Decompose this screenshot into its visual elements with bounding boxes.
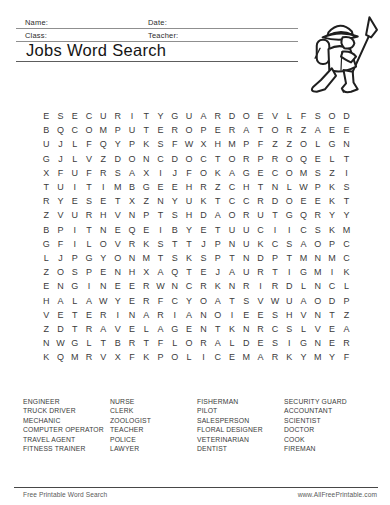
- grid-cell[interactable]: A: [239, 123, 253, 137]
- grid-cell[interactable]: O: [311, 237, 325, 251]
- grid-cell[interactable]: S: [311, 109, 325, 123]
- grid-cell[interactable]: P: [268, 251, 282, 265]
- grid-cell[interactable]: O: [296, 137, 310, 151]
- grid-cell[interactable]: L: [282, 180, 296, 194]
- grid-cell[interactable]: T: [211, 152, 225, 166]
- grid-cell[interactable]: U: [125, 123, 139, 137]
- grid-cell[interactable]: G: [39, 237, 53, 251]
- grid-cell[interactable]: R: [39, 194, 53, 208]
- grid-cell[interactable]: E: [325, 322, 339, 336]
- grid-cell[interactable]: R: [253, 194, 267, 208]
- grid-cell[interactable]: K: [325, 223, 339, 237]
- grid-cell[interactable]: J: [53, 137, 67, 151]
- grid-cell[interactable]: R: [239, 208, 253, 222]
- grid-cell[interactable]: W: [182, 137, 196, 151]
- grid-cell[interactable]: L: [139, 322, 153, 336]
- grid-cell[interactable]: E: [39, 109, 53, 123]
- grid-cell[interactable]: A: [339, 322, 353, 336]
- grid-cell[interactable]: D: [325, 293, 339, 307]
- grid-cell[interactable]: I: [110, 308, 124, 322]
- grid-cell[interactable]: R: [211, 109, 225, 123]
- grid-cell[interactable]: M: [339, 223, 353, 237]
- grid-cell[interactable]: L: [296, 322, 310, 336]
- grid-cell[interactable]: S: [311, 223, 325, 237]
- grid-cell[interactable]: E: [196, 223, 210, 237]
- grid-cell[interactable]: R: [139, 279, 153, 293]
- grid-cell[interactable]: G: [139, 180, 153, 194]
- grid-cell[interactable]: X: [139, 166, 153, 180]
- grid-cell[interactable]: N: [153, 194, 167, 208]
- grid-cell[interactable]: H: [282, 308, 296, 322]
- grid-cell[interactable]: O: [325, 109, 339, 123]
- grid-cell[interactable]: N: [110, 265, 124, 279]
- grid-cell[interactable]: U: [282, 293, 296, 307]
- grid-cell[interactable]: C: [268, 166, 282, 180]
- grid-cell[interactable]: X: [39, 166, 53, 180]
- grid-cell[interactable]: O: [82, 123, 96, 137]
- grid-cell[interactable]: I: [82, 279, 96, 293]
- grid-cell[interactable]: W: [153, 279, 167, 293]
- grid-cell[interactable]: P: [139, 208, 153, 222]
- grid-cell[interactable]: D: [110, 152, 124, 166]
- grid-cell[interactable]: T: [96, 336, 110, 350]
- grid-cell[interactable]: H: [239, 180, 253, 194]
- grid-cell[interactable]: M: [239, 350, 253, 364]
- grid-cell[interactable]: E: [196, 265, 210, 279]
- grid-cell[interactable]: N: [125, 251, 139, 265]
- grid-cell[interactable]: C: [168, 293, 182, 307]
- grid-cell[interactable]: N: [225, 237, 239, 251]
- grid-cell[interactable]: G: [325, 137, 339, 151]
- grid-cell[interactable]: N: [311, 336, 325, 350]
- grid-cell[interactable]: J: [53, 152, 67, 166]
- grid-cell[interactable]: K: [282, 350, 296, 364]
- grid-cell[interactable]: M: [139, 251, 153, 265]
- grid-cell[interactable]: N: [311, 279, 325, 293]
- grid-cell[interactable]: H: [182, 180, 196, 194]
- grid-cell[interactable]: T: [268, 265, 282, 279]
- grid-cell[interactable]: R: [96, 308, 110, 322]
- grid-cell[interactable]: R: [110, 109, 124, 123]
- grid-cell[interactable]: G: [82, 251, 96, 265]
- grid-cell[interactable]: N: [53, 279, 67, 293]
- grid-cell[interactable]: T: [268, 208, 282, 222]
- grid-cell[interactable]: A: [182, 308, 196, 322]
- grid-cell[interactable]: T: [82, 223, 96, 237]
- grid-cell[interactable]: V: [39, 308, 53, 322]
- grid-cell[interactable]: S: [282, 322, 296, 336]
- grid-cell[interactable]: F: [53, 237, 67, 251]
- grid-cell[interactable]: M: [325, 251, 339, 265]
- grid-cell[interactable]: O: [239, 109, 253, 123]
- grid-cell[interactable]: B: [168, 223, 182, 237]
- grid-cell[interactable]: E: [296, 194, 310, 208]
- grid-cell[interactable]: I: [68, 223, 82, 237]
- grid-cell[interactable]: E: [339, 123, 353, 137]
- grid-cell[interactable]: T: [168, 237, 182, 251]
- grid-cell[interactable]: E: [182, 322, 196, 336]
- grid-cell[interactable]: U: [225, 223, 239, 237]
- grid-cell[interactable]: T: [82, 180, 96, 194]
- grid-cell[interactable]: S: [153, 237, 167, 251]
- grid-cell[interactable]: B: [125, 180, 139, 194]
- grid-cell[interactable]: E: [211, 123, 225, 137]
- grid-cell[interactable]: O: [311, 293, 325, 307]
- grid-cell[interactable]: F: [153, 293, 167, 307]
- grid-cell[interactable]: U: [96, 109, 110, 123]
- grid-cell[interactable]: P: [53, 223, 67, 237]
- grid-cell[interactable]: Z: [39, 322, 53, 336]
- grid-cell[interactable]: N: [339, 137, 353, 151]
- grid-cell[interactable]: E: [225, 350, 239, 364]
- grid-cell[interactable]: U: [239, 223, 253, 237]
- grid-cell[interactable]: T: [153, 208, 167, 222]
- grid-cell[interactable]: A: [139, 308, 153, 322]
- grid-cell[interactable]: Y: [296, 350, 310, 364]
- grid-cell[interactable]: E: [96, 194, 110, 208]
- grid-cell[interactable]: R: [268, 279, 282, 293]
- grid-cell[interactable]: N: [168, 279, 182, 293]
- grid-cell[interactable]: A: [153, 265, 167, 279]
- grid-cell[interactable]: M: [311, 265, 325, 279]
- grid-cell[interactable]: P: [153, 350, 167, 364]
- grid-cell[interactable]: I: [225, 308, 239, 322]
- grid-cell[interactable]: T: [110, 194, 124, 208]
- grid-cell[interactable]: K: [196, 194, 210, 208]
- grid-cell[interactable]: A: [253, 350, 267, 364]
- grid-cell[interactable]: S: [68, 265, 82, 279]
- grid-cell[interactable]: R: [253, 265, 267, 279]
- grid-cell[interactable]: I: [125, 109, 139, 123]
- grid-cell[interactable]: S: [339, 180, 353, 194]
- grid-cell[interactable]: F: [168, 137, 182, 151]
- grid-cell[interactable]: G: [68, 336, 82, 350]
- grid-cell[interactable]: O: [53, 265, 67, 279]
- grid-cell[interactable]: R: [253, 322, 267, 336]
- grid-cell[interactable]: Y: [182, 223, 196, 237]
- grid-cell[interactable]: D: [225, 109, 239, 123]
- grid-cell[interactable]: I: [196, 350, 210, 364]
- grid-cell[interactable]: T: [339, 152, 353, 166]
- grid-cell[interactable]: P: [125, 137, 139, 151]
- grid-cell[interactable]: C: [268, 237, 282, 251]
- grid-cell[interactable]: O: [211, 308, 225, 322]
- grid-cell[interactable]: V: [110, 237, 124, 251]
- grid-cell[interactable]: R: [311, 208, 325, 222]
- grid-cell[interactable]: H: [211, 137, 225, 151]
- grid-cell[interactable]: O: [125, 152, 139, 166]
- grid-cell[interactable]: Q: [53, 350, 67, 364]
- grid-cell[interactable]: B: [39, 223, 53, 237]
- grid-cell[interactable]: Z: [39, 208, 53, 222]
- grid-cell[interactable]: G: [168, 322, 182, 336]
- grid-cell[interactable]: N: [311, 308, 325, 322]
- grid-cell[interactable]: C: [325, 279, 339, 293]
- grid-cell[interactable]: C: [182, 279, 196, 293]
- grid-cell[interactable]: A: [225, 265, 239, 279]
- grid-cell[interactable]: T: [68, 308, 82, 322]
- grid-cell[interactable]: O: [282, 166, 296, 180]
- grid-cell[interactable]: T: [211, 194, 225, 208]
- grid-cell[interactable]: Q: [96, 137, 110, 151]
- grid-cell[interactable]: R: [239, 279, 253, 293]
- grid-cell[interactable]: Y: [153, 109, 167, 123]
- grid-cell[interactable]: I: [96, 180, 110, 194]
- grid-cell[interactable]: Z: [211, 180, 225, 194]
- grid-cell[interactable]: Y: [168, 194, 182, 208]
- grid-cell[interactable]: F: [253, 137, 267, 151]
- grid-cell[interactable]: N: [196, 308, 210, 322]
- grid-cell[interactable]: T: [211, 322, 225, 336]
- grid-cell[interactable]: F: [296, 109, 310, 123]
- grid-cell[interactable]: G: [296, 336, 310, 350]
- grid-cell[interactable]: F: [339, 350, 353, 364]
- grid-cell[interactable]: S: [268, 336, 282, 350]
- grid-cell[interactable]: F: [125, 350, 139, 364]
- grid-cell[interactable]: T: [325, 308, 339, 322]
- grid-cell[interactable]: T: [139, 336, 153, 350]
- grid-cell[interactable]: W: [53, 336, 67, 350]
- grid-cell[interactable]: T: [225, 251, 239, 265]
- grid-cell[interactable]: O: [110, 251, 124, 265]
- grid-cell[interactable]: P: [196, 123, 210, 137]
- grid-cell[interactable]: Z: [339, 308, 353, 322]
- grid-cell[interactable]: K: [182, 251, 196, 265]
- grid-cell[interactable]: N: [96, 279, 110, 293]
- grid-cell[interactable]: O: [96, 237, 110, 251]
- grid-cell[interactable]: E: [253, 109, 267, 123]
- grid-cell[interactable]: T: [153, 251, 167, 265]
- grid-cell[interactable]: E: [253, 166, 267, 180]
- grid-cell[interactable]: N: [196, 322, 210, 336]
- grid-cell[interactable]: A: [53, 293, 67, 307]
- grid-cell[interactable]: I: [339, 166, 353, 180]
- grid-cell[interactable]: Y: [339, 208, 353, 222]
- grid-cell[interactable]: S: [282, 237, 296, 251]
- grid-cell[interactable]: W: [296, 180, 310, 194]
- grid-cell[interactable]: L: [182, 350, 196, 364]
- grid-cell[interactable]: S: [268, 308, 282, 322]
- grid-cell[interactable]: N: [125, 208, 139, 222]
- grid-cell[interactable]: N: [125, 308, 139, 322]
- grid-cell[interactable]: I: [153, 223, 167, 237]
- grid-cell[interactable]: P: [68, 251, 82, 265]
- grid-cell[interactable]: C: [68, 123, 82, 137]
- grid-cell[interactable]: L: [39, 251, 53, 265]
- grid-cell[interactable]: E: [110, 223, 124, 237]
- grid-cell[interactable]: Z: [268, 137, 282, 151]
- grid-cell[interactable]: R: [268, 152, 282, 166]
- grid-cell[interactable]: C: [268, 322, 282, 336]
- grid-cell[interactable]: O: [225, 152, 239, 166]
- grid-cell[interactable]: Z: [96, 152, 110, 166]
- grid-cell[interactable]: P: [110, 123, 124, 137]
- grid-cell[interactable]: T: [182, 265, 196, 279]
- grid-cell[interactable]: X: [110, 350, 124, 364]
- grid-cell[interactable]: H: [125, 265, 139, 279]
- grid-cell[interactable]: A: [96, 322, 110, 336]
- grid-cell[interactable]: N: [39, 336, 53, 350]
- grid-cell[interactable]: L: [296, 279, 310, 293]
- grid-cell[interactable]: Z: [39, 265, 53, 279]
- grid-cell[interactable]: E: [125, 293, 139, 307]
- grid-cell[interactable]: R: [282, 123, 296, 137]
- grid-cell[interactable]: V: [253, 293, 267, 307]
- grid-cell[interactable]: I: [282, 265, 296, 279]
- grid-cell[interactable]: F: [82, 166, 96, 180]
- grid-cell[interactable]: M: [296, 166, 310, 180]
- grid-cell[interactable]: S: [153, 137, 167, 151]
- grid-cell[interactable]: S: [239, 293, 253, 307]
- grid-cell[interactable]: U: [182, 194, 196, 208]
- grid-cell[interactable]: A: [211, 336, 225, 350]
- grid-cell[interactable]: O: [196, 293, 210, 307]
- grid-cell[interactable]: Y: [96, 251, 110, 265]
- grid-cell[interactable]: I: [282, 223, 296, 237]
- grid-cell[interactable]: G: [239, 166, 253, 180]
- grid-cell[interactable]: E: [82, 308, 96, 322]
- grid-cell[interactable]: R: [139, 293, 153, 307]
- grid-cell[interactable]: M: [96, 123, 110, 137]
- grid-cell[interactable]: R: [225, 123, 239, 137]
- grid-cell[interactable]: E: [139, 223, 153, 237]
- grid-cell[interactable]: A: [225, 166, 239, 180]
- grid-cell[interactable]: T: [253, 123, 267, 137]
- grid-cell[interactable]: I: [325, 265, 339, 279]
- grid-cell[interactable]: E: [311, 152, 325, 166]
- grid-cell[interactable]: M: [110, 180, 124, 194]
- grid-cell[interactable]: Q: [296, 208, 310, 222]
- grid-cell[interactable]: T: [253, 180, 267, 194]
- grid-cell[interactable]: T: [68, 322, 82, 336]
- grid-cell[interactable]: L: [325, 152, 339, 166]
- grid-cell[interactable]: E: [325, 123, 339, 137]
- grid-cell[interactable]: I: [68, 180, 82, 194]
- grid-cell[interactable]: E: [68, 109, 82, 123]
- grid-cell[interactable]: A: [153, 322, 167, 336]
- grid-cell[interactable]: I: [68, 237, 82, 251]
- grid-cell[interactable]: T: [211, 223, 225, 237]
- grid-cell[interactable]: O: [182, 336, 196, 350]
- grid-cell[interactable]: E: [125, 322, 139, 336]
- grid-cell[interactable]: C: [153, 152, 167, 166]
- grid-cell[interactable]: N: [311, 251, 325, 265]
- grid-cell[interactable]: P: [211, 251, 225, 265]
- grid-cell[interactable]: P: [253, 152, 267, 166]
- grid-cell[interactable]: X: [196, 137, 210, 151]
- grid-cell[interactable]: Y: [325, 350, 339, 364]
- grid-cell[interactable]: O: [196, 166, 210, 180]
- grid-cell[interactable]: U: [239, 237, 253, 251]
- grid-cell[interactable]: I: [253, 279, 267, 293]
- grid-cell[interactable]: R: [125, 336, 139, 350]
- grid-cell[interactable]: E: [325, 336, 339, 350]
- grid-cell[interactable]: T: [39, 180, 53, 194]
- grid-cell[interactable]: T: [225, 293, 239, 307]
- grid-cell[interactable]: E: [153, 123, 167, 137]
- grid-cell[interactable]: L: [82, 237, 96, 251]
- grid-cell[interactable]: U: [253, 208, 267, 222]
- grid-cell[interactable]: K: [211, 166, 225, 180]
- grid-cell[interactable]: Y: [110, 293, 124, 307]
- grid-cell[interactable]: M: [311, 350, 325, 364]
- grid-cell[interactable]: F: [182, 166, 196, 180]
- grid-cell[interactable]: Q: [168, 265, 182, 279]
- grid-cell[interactable]: U: [68, 208, 82, 222]
- grid-cell[interactable]: R: [153, 308, 167, 322]
- grid-cell[interactable]: S: [168, 251, 182, 265]
- grid-cell[interactable]: O: [225, 208, 239, 222]
- grid-cell[interactable]: A: [211, 293, 225, 307]
- grid-cell[interactable]: I: [153, 166, 167, 180]
- grid-cell[interactable]: C: [296, 223, 310, 237]
- grid-cell[interactable]: Y: [53, 194, 67, 208]
- grid-cell[interactable]: N: [239, 322, 253, 336]
- grid-cell[interactable]: H: [39, 293, 53, 307]
- grid-cell[interactable]: O: [168, 350, 182, 364]
- grid-cell[interactable]: N: [239, 251, 253, 265]
- grid-cell[interactable]: V: [311, 322, 325, 336]
- grid-cell[interactable]: K: [211, 279, 225, 293]
- grid-cell[interactable]: P: [239, 137, 253, 151]
- grid-cell[interactable]: G: [296, 265, 310, 279]
- grid-cell[interactable]: H: [96, 208, 110, 222]
- grid-cell[interactable]: P: [339, 293, 353, 307]
- grid-cell[interactable]: D: [53, 322, 67, 336]
- grid-cell[interactable]: K: [325, 194, 339, 208]
- grid-cell[interactable]: C: [239, 194, 253, 208]
- grid-cell[interactable]: W: [96, 293, 110, 307]
- grid-cell[interactable]: E: [110, 279, 124, 293]
- grid-cell[interactable]: A: [82, 293, 96, 307]
- grid-cell[interactable]: D: [339, 109, 353, 123]
- grid-cell[interactable]: O: [182, 152, 196, 166]
- grid-cell[interactable]: A: [196, 109, 210, 123]
- grid-cell[interactable]: C: [211, 350, 225, 364]
- grid-cell[interactable]: J: [53, 251, 67, 265]
- grid-cell[interactable]: K: [339, 265, 353, 279]
- grid-cell[interactable]: M: [225, 137, 239, 151]
- grid-cell[interactable]: L: [68, 293, 82, 307]
- grid-cell[interactable]: A: [296, 293, 310, 307]
- grid-cell[interactable]: L: [168, 336, 182, 350]
- grid-cell[interactable]: U: [68, 166, 82, 180]
- grid-cell[interactable]: J: [211, 265, 225, 279]
- grid-cell[interactable]: K: [139, 350, 153, 364]
- grid-cell[interactable]: A: [296, 237, 310, 251]
- grid-cell[interactable]: Y: [182, 293, 196, 307]
- grid-cell[interactable]: G: [168, 109, 182, 123]
- grid-cell[interactable]: E: [125, 279, 139, 293]
- grid-cell[interactable]: N: [268, 180, 282, 194]
- grid-cell[interactable]: U: [53, 180, 67, 194]
- grid-cell[interactable]: C: [225, 180, 239, 194]
- grid-cell[interactable]: R: [196, 180, 210, 194]
- grid-cell[interactable]: O: [182, 123, 196, 137]
- grid-cell[interactable]: K: [139, 137, 153, 151]
- grid-cell[interactable]: D: [196, 208, 210, 222]
- grid-cell[interactable]: E: [53, 308, 67, 322]
- grid-cell[interactable]: R: [82, 208, 96, 222]
- grid-cell[interactable]: B: [39, 123, 53, 137]
- grid-cell[interactable]: C: [339, 251, 353, 265]
- grid-cell[interactable]: P: [311, 180, 325, 194]
- grid-cell[interactable]: M: [296, 251, 310, 265]
- grid-cell[interactable]: H: [182, 208, 196, 222]
- grid-cell[interactable]: S: [82, 194, 96, 208]
- grid-cell[interactable]: P: [211, 237, 225, 251]
- grid-cell[interactable]: L: [282, 109, 296, 123]
